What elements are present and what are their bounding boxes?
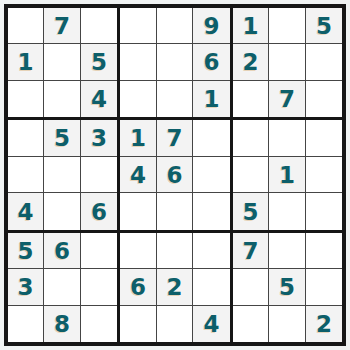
- cell-r5c6[interactable]: [193, 157, 230, 194]
- sudoku-page: 7154961152753461746155638624752: [0, 0, 350, 350]
- cell-r5c7[interactable]: [233, 157, 270, 194]
- cell-r2c9[interactable]: [306, 44, 343, 81]
- cell-r3c5[interactable]: [157, 81, 194, 118]
- cell-r9c6[interactable]: 4: [193, 306, 230, 343]
- cell-r6c1[interactable]: 4: [8, 193, 45, 230]
- box-5: 1746: [120, 120, 233, 233]
- cell-r3c8[interactable]: 7: [269, 81, 306, 118]
- cell-r9c5[interactable]: [157, 306, 194, 343]
- cell-r8c4[interactable]: 6: [120, 269, 157, 306]
- cell-r7c4[interactable]: [120, 233, 157, 270]
- cell-r3c4[interactable]: [120, 81, 157, 118]
- cell-r4c2[interactable]: 5: [44, 120, 81, 157]
- box-8: 624: [120, 233, 233, 343]
- cell-r7c9[interactable]: [306, 233, 343, 270]
- box-4: 5346: [8, 120, 121, 233]
- cell-r4c6[interactable]: [193, 120, 230, 157]
- cell-r2c2[interactable]: [44, 44, 81, 81]
- cell-r3c2[interactable]: [44, 81, 81, 118]
- cell-r9c8[interactable]: [269, 306, 306, 343]
- cell-r6c5[interactable]: [157, 193, 194, 230]
- cell-r2c7[interactable]: 2: [233, 44, 270, 81]
- cell-r7c8[interactable]: [269, 233, 306, 270]
- cell-r2c8[interactable]: [269, 44, 306, 81]
- cell-r5c2[interactable]: [44, 157, 81, 194]
- box-6: 15: [233, 120, 343, 233]
- cell-r1c8[interactable]: [269, 8, 306, 45]
- cell-r4c7[interactable]: [233, 120, 270, 157]
- box-7: 5638: [8, 233, 121, 343]
- cell-r6c6[interactable]: [193, 193, 230, 230]
- cell-r1c2[interactable]: 7: [44, 8, 81, 45]
- sudoku-board: 7154961152753461746155638624752: [4, 4, 347, 347]
- cell-r3c7[interactable]: [233, 81, 270, 118]
- cell-r8c6[interactable]: [193, 269, 230, 306]
- cell-r6c2[interactable]: [44, 193, 81, 230]
- cell-r4c5[interactable]: 7: [157, 120, 194, 157]
- cell-r4c9[interactable]: [306, 120, 343, 157]
- cell-r3c3[interactable]: 4: [81, 81, 118, 118]
- cell-r9c3[interactable]: [81, 306, 118, 343]
- cell-r7c3[interactable]: [81, 233, 118, 270]
- cell-r4c4[interactable]: 1: [120, 120, 157, 157]
- cell-r5c4[interactable]: 4: [120, 157, 157, 194]
- cell-r7c1[interactable]: 5: [8, 233, 45, 270]
- cell-r7c7[interactable]: 7: [233, 233, 270, 270]
- cell-r3c1[interactable]: [8, 81, 45, 118]
- cell-r5c9[interactable]: [306, 157, 343, 194]
- cell-r9c7[interactable]: [233, 306, 270, 343]
- cell-r6c9[interactable]: [306, 193, 343, 230]
- cell-r6c8[interactable]: [269, 193, 306, 230]
- cell-r2c3[interactable]: 5: [81, 44, 118, 81]
- box-9: 752: [233, 233, 343, 343]
- cell-r6c3[interactable]: 6: [81, 193, 118, 230]
- box-1: 7154: [8, 8, 121, 121]
- cell-r9c9[interactable]: 2: [306, 306, 343, 343]
- cell-r1c1[interactable]: [8, 8, 45, 45]
- cell-r9c2[interactable]: 8: [44, 306, 81, 343]
- cell-r5c8[interactable]: 1: [269, 157, 306, 194]
- cell-r2c5[interactable]: [157, 44, 194, 81]
- cell-r4c1[interactable]: [8, 120, 45, 157]
- cell-r2c1[interactable]: 1: [8, 44, 45, 81]
- cell-r1c5[interactable]: [157, 8, 194, 45]
- cell-r8c9[interactable]: [306, 269, 343, 306]
- cell-r7c5[interactable]: [157, 233, 194, 270]
- cell-r1c3[interactable]: [81, 8, 118, 45]
- cell-r3c9[interactable]: [306, 81, 343, 118]
- cell-r4c8[interactable]: [269, 120, 306, 157]
- cell-r8c2[interactable]: [44, 269, 81, 306]
- cell-r8c7[interactable]: [233, 269, 270, 306]
- box-3: 1527: [233, 8, 343, 121]
- cell-r9c4[interactable]: [120, 306, 157, 343]
- cell-r8c1[interactable]: 3: [8, 269, 45, 306]
- cell-r7c6[interactable]: [193, 233, 230, 270]
- cell-r7c2[interactable]: 6: [44, 233, 81, 270]
- cell-r5c3[interactable]: [81, 157, 118, 194]
- cell-r1c9[interactable]: 5: [306, 8, 343, 45]
- cell-r8c5[interactable]: 2: [157, 269, 194, 306]
- cell-r1c6[interactable]: 9: [193, 8, 230, 45]
- cell-r8c3[interactable]: [81, 269, 118, 306]
- cell-r5c1[interactable]: [8, 157, 45, 194]
- cell-r2c6[interactable]: 6: [193, 44, 230, 81]
- cell-r9c1[interactable]: [8, 306, 45, 343]
- cell-r3c6[interactable]: 1: [193, 81, 230, 118]
- cell-r4c3[interactable]: 3: [81, 120, 118, 157]
- cell-r5c5[interactable]: 6: [157, 157, 194, 194]
- cell-r2c4[interactable]: [120, 44, 157, 81]
- cell-r8c8[interactable]: 5: [269, 269, 306, 306]
- cell-r6c4[interactable]: [120, 193, 157, 230]
- box-2: 961: [120, 8, 233, 121]
- cell-r1c7[interactable]: 1: [233, 8, 270, 45]
- cell-r1c4[interactable]: [120, 8, 157, 45]
- cell-r6c7[interactable]: 5: [233, 193, 270, 230]
